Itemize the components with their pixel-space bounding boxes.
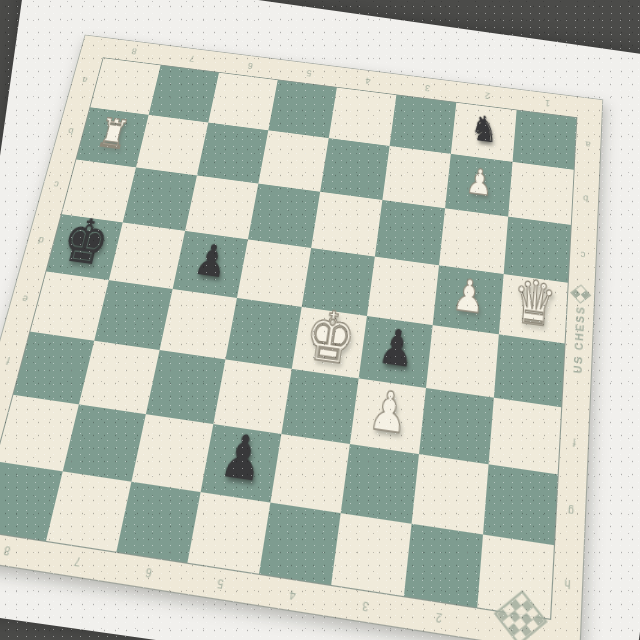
square-c2[interactable] bbox=[439, 208, 508, 274]
square-b1[interactable] bbox=[508, 162, 574, 225]
piece-white-rook-b8[interactable]: ♜ bbox=[93, 113, 133, 156]
square-h3[interactable] bbox=[331, 513, 412, 597]
square-c4[interactable] bbox=[311, 192, 382, 257]
square-h4[interactable] bbox=[259, 503, 341, 586]
square-e3[interactable]: ♟ bbox=[359, 316, 433, 388]
square-f6[interactable] bbox=[146, 350, 226, 424]
uschess-diamond-icon bbox=[572, 286, 590, 303]
brand-text: US CHESS bbox=[571, 305, 586, 375]
square-a7[interactable] bbox=[149, 65, 219, 123]
square-c3[interactable] bbox=[375, 200, 445, 265]
piece-black-pawn-d6[interactable]: ♟ bbox=[191, 238, 231, 285]
square-e2[interactable] bbox=[426, 325, 499, 398]
piece-white-queen-d1[interactable]: ♛ bbox=[510, 271, 558, 337]
square-b7[interactable] bbox=[136, 115, 208, 176]
piece-black-pawn-g5[interactable]: ♟ bbox=[216, 426, 267, 492]
square-e1[interactable] bbox=[494, 334, 566, 407]
square-a6[interactable] bbox=[208, 72, 278, 130]
right-label-c: c bbox=[569, 225, 597, 286]
square-h5[interactable] bbox=[187, 492, 270, 575]
square-b2[interactable]: ♟ bbox=[445, 154, 512, 217]
square-c6[interactable] bbox=[185, 175, 258, 239]
square-h6[interactable] bbox=[116, 482, 200, 564]
square-c7[interactable] bbox=[123, 167, 197, 230]
piece-black-king-d8[interactable]: ♚ bbox=[56, 210, 115, 276]
square-a2[interactable]: ♞ bbox=[451, 102, 517, 162]
square-g1[interactable] bbox=[483, 464, 559, 545]
right-label-b: b bbox=[572, 170, 599, 228]
square-g3[interactable] bbox=[341, 444, 419, 524]
square-e6[interactable] bbox=[160, 289, 237, 359]
square-e5[interactable] bbox=[225, 298, 301, 369]
square-g6[interactable] bbox=[131, 414, 213, 492]
square-e4[interactable]: ♚ bbox=[292, 307, 367, 378]
piece-white-pawn-d2[interactable]: ♟ bbox=[451, 272, 487, 320]
chess-board[interactable]: ♞♜♟♚♟♟♛♚♟♟♟8765432187654321abcdefghabcfg… bbox=[0, 35, 602, 640]
piece-black-pawn-e3[interactable]: ♟ bbox=[376, 321, 417, 375]
square-a5[interactable] bbox=[268, 79, 337, 138]
square-a4[interactable] bbox=[329, 87, 397, 146]
square-g5[interactable]: ♟ bbox=[201, 424, 282, 503]
square-b5[interactable] bbox=[258, 130, 328, 191]
square-f2[interactable] bbox=[419, 388, 494, 464]
square-a1[interactable] bbox=[513, 110, 578, 170]
piece-white-king-e4[interactable]: ♚ bbox=[301, 300, 360, 376]
square-f3[interactable]: ♟ bbox=[350, 378, 426, 454]
square-f1[interactable] bbox=[489, 398, 563, 475]
right-label-a: a bbox=[575, 117, 602, 173]
square-d1[interactable]: ♛ bbox=[499, 274, 569, 344]
square-c5[interactable] bbox=[248, 184, 320, 248]
board-scene: ♞♜♟♚♟♟♛♚♟♟♟8765432187654321abcdefghabcfg… bbox=[0, 35, 602, 640]
piece-white-pawn-b2[interactable]: ♟ bbox=[464, 163, 494, 201]
square-d2[interactable]: ♟ bbox=[433, 265, 504, 334]
square-g2[interactable] bbox=[412, 454, 489, 534]
piece-black-knight-a2[interactable]: ♞ bbox=[469, 110, 500, 148]
square-h2[interactable] bbox=[404, 524, 483, 609]
right-label-g: g bbox=[555, 475, 586, 550]
square-b6[interactable] bbox=[197, 123, 268, 184]
square-g4[interactable] bbox=[270, 434, 350, 513]
square-d5[interactable] bbox=[237, 239, 311, 307]
square-d3[interactable] bbox=[367, 257, 439, 326]
right-label-h: h bbox=[551, 545, 583, 624]
square-b3[interactable] bbox=[382, 146, 450, 208]
square-a3[interactable] bbox=[390, 94, 457, 154]
square-d6[interactable]: ♟ bbox=[173, 231, 248, 298]
piece-white-pawn-f3[interactable]: ♟ bbox=[366, 382, 410, 442]
square-b4[interactable] bbox=[320, 138, 389, 200]
